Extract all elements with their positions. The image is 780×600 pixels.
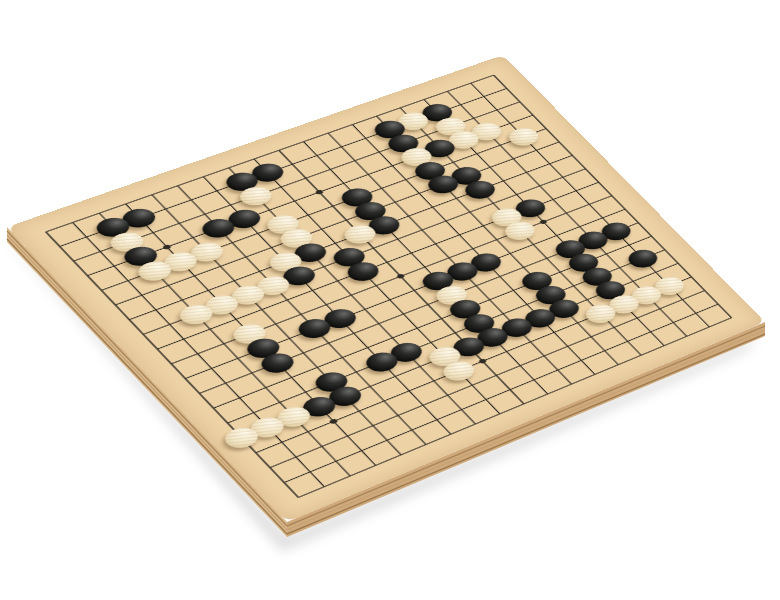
star-point bbox=[539, 219, 548, 225]
star-point bbox=[396, 273, 405, 279]
star-point bbox=[315, 189, 324, 195]
product-photo bbox=[0, 0, 780, 600]
star-point bbox=[329, 418, 339, 424]
star-point bbox=[162, 244, 172, 250]
star-point bbox=[478, 358, 487, 364]
